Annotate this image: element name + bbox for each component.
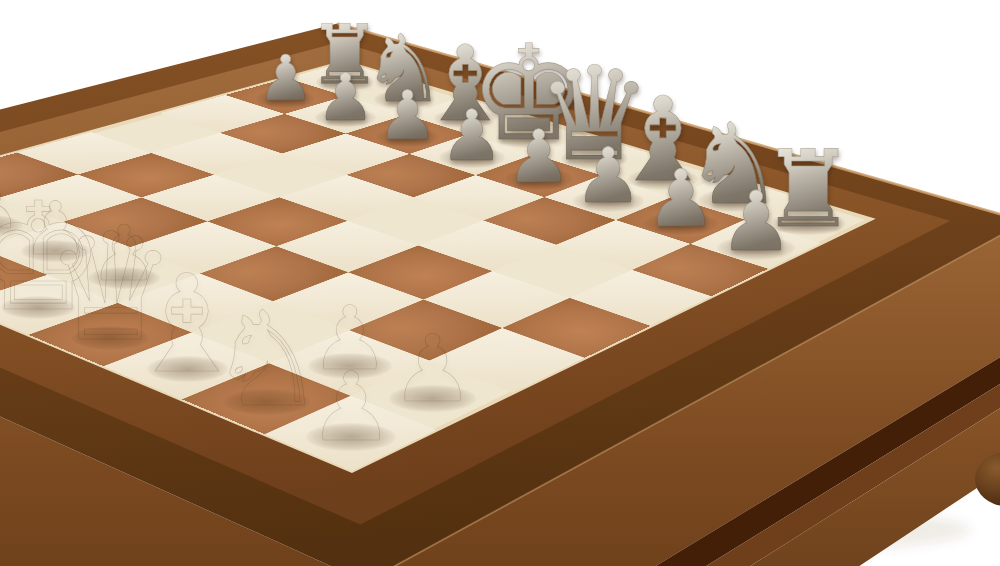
piece-silver-pawn-f2[interactable]: ♟ [374, 82, 442, 150]
chess-set-product-photo: ♜♞♝♚♛♝♞♜♟♟♟♟♟♟♟♟♟♟♟♟♟♝♚♛♝♞♟ Product phot… [0, 0, 1000, 566]
piece-silver-pawn-d2[interactable]: ♟ [502, 120, 575, 193]
piece-gold-pawn-a7[interactable]: ♟ [386, 323, 479, 416]
piece-silver-pawn-g2[interactable]: ♟ [313, 65, 378, 130]
piece-silver-pawn-a2[interactable]: ♟ [715, 181, 797, 263]
piece-silver-pawn-h2[interactable]: ♟ [254, 48, 317, 111]
piece-silver-pawn-b2[interactable]: ♟ [641, 160, 720, 239]
piece-silver-pawn-e2[interactable]: ♟ [437, 101, 507, 171]
piece-gold-pawn-a8[interactable]: ♟ [304, 360, 399, 455]
piece-silver-pawn-c2[interactable]: ♟ [570, 139, 646, 215]
